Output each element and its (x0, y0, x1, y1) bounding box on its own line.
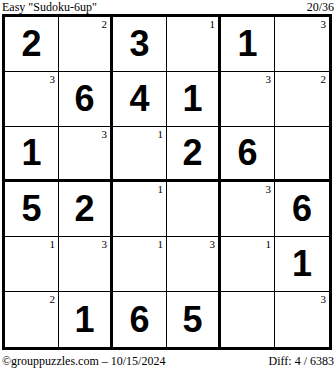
corner-hint: 3 (321, 18, 327, 30)
corner-hint: 2 (102, 18, 108, 30)
corner-hint: 1 (158, 128, 164, 140)
cell-r1c5[interactable]: 1 (221, 17, 275, 72)
given-digit: 6 (74, 81, 94, 117)
cell-r1c6[interactable]: 3 (275, 17, 329, 72)
cell-r2c3[interactable]: 4 (113, 72, 167, 127)
cell-r5c2[interactable]: 3 (59, 237, 113, 292)
cell-r3c6[interactable] (275, 127, 329, 182)
puzzle-page: Easy "Sudoku-6up" 20/36 2231133641321312… (0, 0, 336, 370)
remaining-counter: 20/36 (307, 1, 334, 14)
given-digit: 4 (129, 81, 149, 117)
cell-r1c2[interactable]: 2 (59, 17, 113, 72)
given-digit: 6 (292, 191, 312, 227)
corner-hint: 1 (158, 238, 164, 250)
cell-r1c4[interactable]: 1 (167, 17, 221, 72)
cell-r3c3[interactable]: 1 (113, 127, 167, 182)
cell-r3c1[interactable]: 1 (5, 127, 59, 182)
given-digit: 5 (182, 302, 202, 338)
footer-difficulty: Diff: 4 / 6383 (269, 354, 334, 368)
cell-r4c4[interactable] (167, 182, 221, 237)
cell-r5c1[interactable]: 1 (5, 237, 59, 292)
given-digit: 1 (182, 81, 202, 117)
corner-hint: 1 (50, 238, 56, 250)
corner-hint: 3 (321, 293, 327, 305)
sudoku-board: 223113364132131265213613131121653 (2, 14, 332, 350)
cell-r5c4[interactable]: 3 (167, 237, 221, 292)
cell-r2c5[interactable]: 3 (221, 72, 275, 127)
given-digit: 5 (21, 191, 41, 227)
footer: ©grouppuzzles.com – 10/15/2024 Diff: 4 /… (0, 354, 336, 368)
corner-hint: 3 (102, 128, 108, 140)
cell-r4c5[interactable]: 3 (221, 182, 275, 237)
cell-r2c2[interactable]: 6 (59, 72, 113, 127)
cell-r5c6[interactable]: 1 (275, 237, 329, 292)
given-digit: 6 (237, 135, 257, 171)
corner-hint: 2 (50, 293, 56, 305)
given-digit: 1 (21, 135, 41, 171)
header: Easy "Sudoku-6up" 20/36 (0, 0, 336, 14)
cell-r6c3[interactable]: 6 (113, 292, 167, 347)
given-digit: 6 (129, 302, 149, 338)
footer-credit: ©grouppuzzles.com – 10/15/2024 (2, 354, 165, 368)
cell-r4c2[interactable]: 2 (59, 182, 113, 237)
cell-r3c4[interactable]: 2 (167, 127, 221, 182)
cell-r5c5[interactable]: 1 (221, 237, 275, 292)
corner-hint: 3 (50, 73, 56, 85)
cell-r6c6[interactable]: 3 (275, 292, 329, 347)
cell-r6c5[interactable] (221, 292, 275, 347)
cell-r5c3[interactable]: 1 (113, 237, 167, 292)
cell-r3c2[interactable]: 3 (59, 127, 113, 182)
corner-hint: 1 (266, 238, 272, 250)
cell-r2c6[interactable]: 2 (275, 72, 329, 127)
cell-r2c4[interactable]: 1 (167, 72, 221, 127)
given-digit: 1 (292, 246, 312, 282)
cell-r4c6[interactable]: 6 (275, 182, 329, 237)
cell-r6c1[interactable]: 2 (5, 292, 59, 347)
cell-r2c1[interactable]: 3 (5, 72, 59, 127)
page-title: Easy "Sudoku-6up" (2, 1, 97, 14)
corner-hint: 3 (210, 238, 216, 250)
cell-r6c4[interactable]: 5 (167, 292, 221, 347)
cell-r3c5[interactable]: 6 (221, 127, 275, 182)
corner-hint: 3 (266, 183, 272, 195)
cell-r1c3[interactable]: 3 (113, 17, 167, 72)
corner-hint: 1 (158, 183, 164, 195)
given-digit: 1 (74, 302, 94, 338)
corner-hint: 1 (210, 18, 216, 30)
given-digit: 2 (182, 135, 202, 171)
cell-r1c1[interactable]: 2 (5, 17, 59, 72)
corner-hint: 3 (102, 238, 108, 250)
corner-hint: 3 (266, 73, 272, 85)
cell-r4c3[interactable]: 1 (113, 182, 167, 237)
given-digit: 2 (74, 191, 94, 227)
given-digit: 2 (21, 26, 41, 62)
given-digit: 1 (237, 26, 257, 62)
cell-r4c1[interactable]: 5 (5, 182, 59, 237)
corner-hint: 2 (321, 73, 327, 85)
cell-r6c2[interactable]: 1 (59, 292, 113, 347)
given-digit: 3 (129, 26, 149, 62)
